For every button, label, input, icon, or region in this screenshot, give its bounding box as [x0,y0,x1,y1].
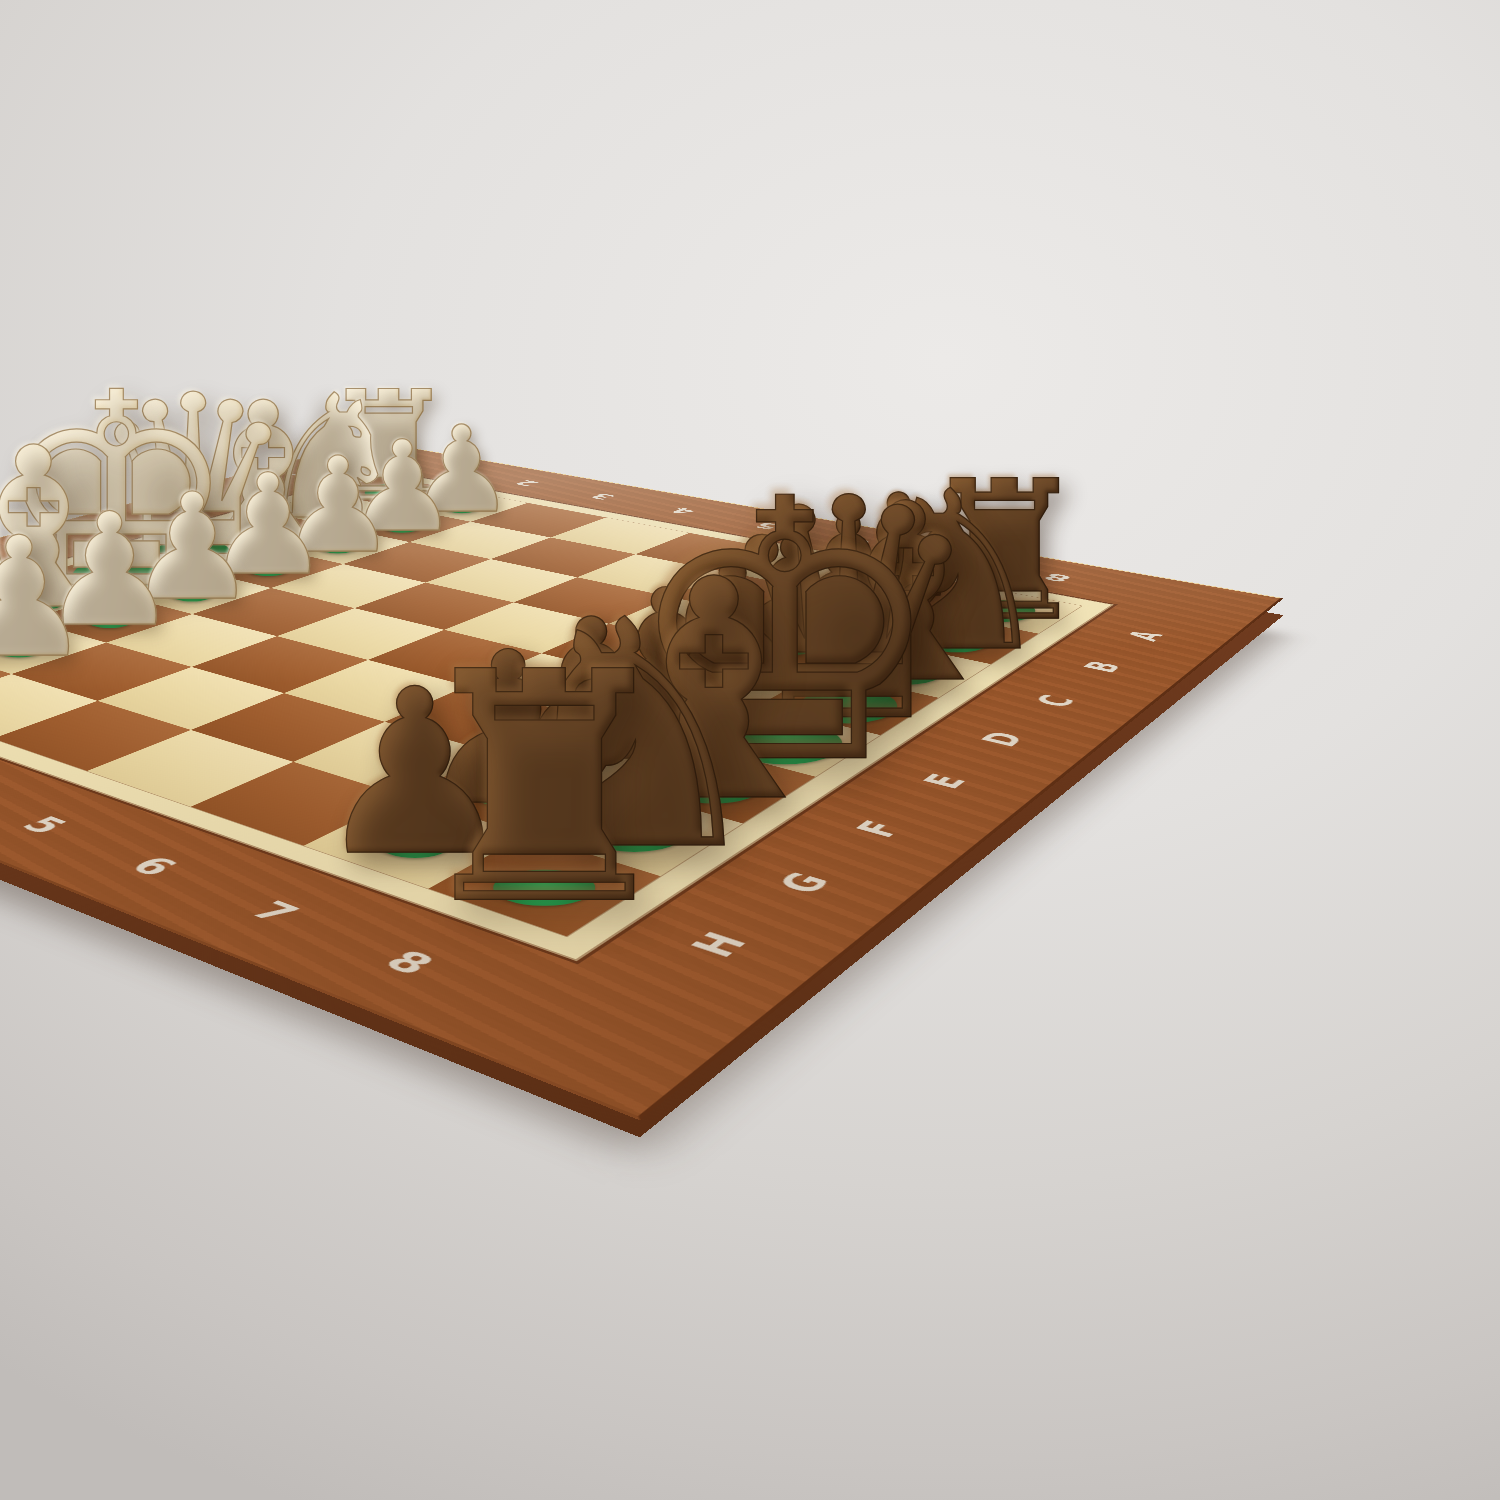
rank-label-near-8: 8 [373,945,447,982]
rank-label-far-8: 8 [1038,571,1077,584]
board-grid [0,476,1082,936]
rank-label-far-7: 7 [936,553,974,565]
file-label-far-b: B [220,487,260,496]
rank-label-far-4: 4 [665,506,702,516]
file-label-near-c: C [1028,692,1087,711]
rank-label-far-2: 2 [509,478,545,487]
studio-photo-scene: AABBCCDDEEFFGGHH1122334455667788 ♜♞♝♛♚♝♞… [0,0,1500,1500]
file-label-far-e: E [3,544,45,555]
rank-label-far-3: 3 [585,492,621,502]
file-label-near-g: G [768,868,843,899]
rank-label-near-5: 5 [11,812,78,839]
rank-label-far-6: 6 [840,536,878,547]
rank-label-near-6: 6 [120,852,189,882]
file-label-near-a: A [1120,628,1174,644]
file-label-near-b: B [1076,658,1132,675]
file-label-near-d: D [973,728,1036,750]
rank-label-far-1: 1 [438,466,473,475]
rank-label-near-7: 7 [239,896,310,929]
file-label-far-a: A [282,470,321,479]
file-label-far-d: D [79,523,123,534]
file-label-near-h: H [681,927,762,963]
file-label-near-f: F [847,817,915,843]
file-label-far-c: C [153,504,194,514]
file-label-near-e: E [914,770,978,793]
rank-label-far-5: 5 [749,520,786,531]
